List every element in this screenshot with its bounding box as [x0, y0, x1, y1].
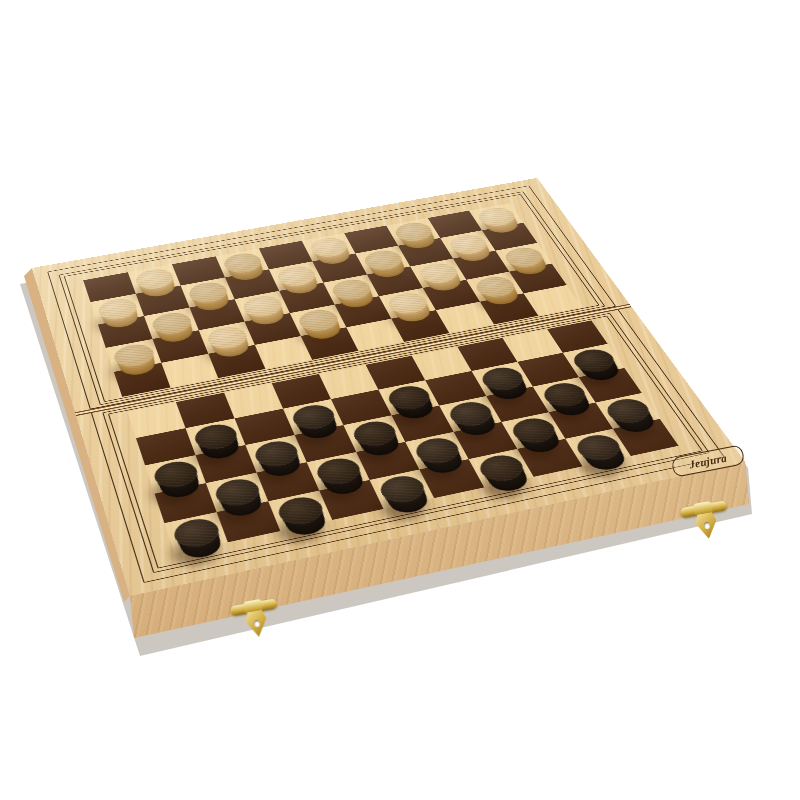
clasp-pendant: [244, 609, 269, 638]
product-photo-scene: Jeujura: [0, 0, 800, 800]
brass-clasp-right: [677, 498, 736, 552]
brass-clasp-left: [227, 596, 286, 650]
clasp-pendant: [694, 511, 719, 540]
